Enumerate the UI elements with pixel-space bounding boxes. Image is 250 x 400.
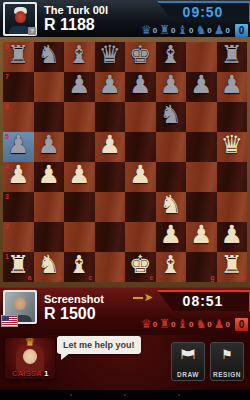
turn-indicator-arrow: ➤ <box>144 292 153 303</box>
square-e4[interactable]: ♟ <box>125 162 156 192</box>
chess-app-screen: ? The Turk 00I R 1188 09:50 ♛0♜0♝0♞0♟00 … <box>0 0 250 400</box>
square-e1[interactable]: e♚ <box>125 252 156 282</box>
square-d3[interactable] <box>95 192 126 222</box>
captured-bishop-count: 0 <box>189 26 193 35</box>
white-pawn-b4: ♟ <box>34 158 65 192</box>
opponent-avatar[interactable]: ? <box>3 2 37 36</box>
us-flag-icon <box>1 315 18 327</box>
caissa-face-shape <box>23 349 37 364</box>
score-total-box: 0 <box>235 24 248 37</box>
square-c3[interactable] <box>64 192 95 222</box>
nav-dot <box>178 394 180 396</box>
captured-bishop-icon: ♝ <box>177 23 188 37</box>
captured-queen-icon: ♛ <box>141 317 152 331</box>
square-h1[interactable]: h♜ <box>217 252 248 282</box>
square-c7[interactable]: ♟ <box>64 72 95 102</box>
white-pawn-f2: ♟ <box>156 218 187 252</box>
captured-queen-count: 0 <box>153 320 157 329</box>
black-pawn-h7: ♟ <box>217 68 248 102</box>
file-label-g: g <box>210 274 214 281</box>
opponent-name: The Turk 00I <box>44 4 108 16</box>
black-pawn-g7: ♟ <box>186 68 217 102</box>
captured-queen-count: 0 <box>153 26 157 35</box>
black-pawn-b5: ♟ <box>34 128 65 162</box>
black-bishop-c8: ♝ <box>64 38 95 72</box>
square-c6[interactable] <box>64 102 95 132</box>
square-f5[interactable] <box>156 132 187 162</box>
captured-knight-icon: ♞ <box>196 23 207 37</box>
square-a4[interactable]: 4♟ <box>3 162 34 192</box>
action-bar: ♛ CAISSA1 Let me help you! ⚑⚑ DRAW ⚑ RES… <box>0 335 250 390</box>
square-b3[interactable] <box>34 192 65 222</box>
crossed-flags-icon: ⚑⚑ <box>172 345 204 365</box>
white-rook-a1: ♜ <box>3 248 34 282</box>
square-f1[interactable]: f♝ <box>156 252 187 282</box>
caissa-speech-bubble: Let me help you! <box>57 336 141 354</box>
white-pawn-a4: ♟ <box>3 158 34 192</box>
square-g7[interactable]: ♟ <box>186 72 217 102</box>
square-d7[interactable]: ♟ <box>95 72 126 102</box>
square-d1[interactable]: d <box>95 252 126 282</box>
square-d5[interactable]: ♟ <box>95 132 126 162</box>
unknown-flag-badge: ? <box>28 27 36 35</box>
face-shape <box>15 11 26 23</box>
white-pawn-g2: ♟ <box>186 218 217 252</box>
square-g1[interactable]: g <box>186 252 217 282</box>
square-g5[interactable] <box>186 132 217 162</box>
square-b8[interactable]: ♞ <box>34 42 65 72</box>
file-label-d: d <box>119 274 123 281</box>
captured-bishop-count: 0 <box>189 320 193 329</box>
square-a1[interactable]: 1a♜ <box>3 252 34 282</box>
opponent-clock: 09:50 <box>157 1 250 22</box>
captured-knight-count: 0 <box>207 26 211 35</box>
square-h7[interactable]: ♟ <box>217 72 248 102</box>
square-a3[interactable]: 3 <box>3 192 34 222</box>
draw-button[interactable]: ⚑⚑ DRAW <box>171 342 205 381</box>
rank-label-7: 7 <box>5 73 9 80</box>
score-total-box: 0 <box>235 318 248 331</box>
player-avatar[interactable] <box>3 290 37 324</box>
square-g6[interactable] <box>186 102 217 132</box>
player-bar: Screenshot R 1500 ➤ 08:51 ♛0♜0♝0♞0♟00 <box>0 287 250 335</box>
caissa-assistant-card[interactable]: ♛ CAISSA1 <box>5 338 55 379</box>
square-a8[interactable]: 8♜ <box>3 42 34 72</box>
black-pawn-d7: ♟ <box>95 68 126 102</box>
rank-label-6: 6 <box>5 103 9 110</box>
white-pawn-d5: ♟ <box>95 128 126 162</box>
captured-pawn-count: 0 <box>226 26 230 35</box>
black-rook-h8: ♜ <box>217 38 248 72</box>
white-pawn-e4: ♟ <box>125 158 156 192</box>
captured-knight-icon: ♞ <box>196 317 207 331</box>
white-knight-b1: ♞ <box>34 248 65 282</box>
black-pawn-a5: ♟ <box>3 128 34 162</box>
square-b7[interactable] <box>34 72 65 102</box>
square-h5[interactable]: ♛ <box>217 132 248 162</box>
nav-dot <box>70 394 72 396</box>
square-g2[interactable]: ♟ <box>186 222 217 252</box>
board-frame: 8♜♞♝♛♚♝♜7♟♟♟♟♟♟6♞5♟♟♟♛4♟♟♟♟3♞2♟♟♟1a♜b♞c♝… <box>0 37 250 287</box>
square-e6[interactable] <box>125 102 156 132</box>
captured-pawn-count: 0 <box>226 320 230 329</box>
player-rating: R 1500 <box>44 305 96 323</box>
square-c4[interactable]: ♟ <box>64 162 95 192</box>
captured-bishop-icon: ♝ <box>177 317 188 331</box>
android-nav-bar[interactable] <box>0 390 250 400</box>
crown-icon: ♛ <box>5 338 55 348</box>
nav-dot <box>124 394 126 396</box>
square-d2[interactable] <box>95 222 126 252</box>
square-g4[interactable] <box>186 162 217 192</box>
white-pawn-c4: ♟ <box>64 158 95 192</box>
black-queen-d8: ♛ <box>95 38 126 72</box>
opponent-captured-tray: ♛0♜0♝0♞0♟00 <box>141 23 248 37</box>
square-b1[interactable]: b♞ <box>34 252 65 282</box>
captured-pawn-icon: ♟ <box>214 317 225 331</box>
caissa-label: CAISSA1 <box>5 369 55 378</box>
captured-knight-count: 0 <box>207 320 211 329</box>
opponent-bar: ? The Turk 00I R 1188 09:50 ♛0♜0♝0♞0♟00 <box>0 0 250 37</box>
white-rook-h1: ♜ <box>217 248 248 282</box>
square-a7[interactable]: 7 <box>3 72 34 102</box>
black-pawn-c7: ♟ <box>64 68 95 102</box>
captured-rook-count: 0 <box>171 26 175 35</box>
square-e3[interactable] <box>125 192 156 222</box>
flag-icon: ⚑ <box>211 345 243 365</box>
square-f6[interactable]: ♞ <box>156 102 187 132</box>
black-pawn-e7: ♟ <box>125 68 156 102</box>
player-name: Screenshot <box>44 293 104 305</box>
rank-label-3: 3 <box>5 193 9 200</box>
rank-label-2: 2 <box>5 223 9 230</box>
square-d4[interactable] <box>95 162 126 192</box>
white-king-e1: ♚ <box>125 248 156 282</box>
captured-rook-icon: ♜ <box>159 317 170 331</box>
player-clock: 08:51 <box>157 290 250 311</box>
white-bishop-c1: ♝ <box>64 248 95 282</box>
white-pawn-h2: ♟ <box>217 218 248 252</box>
player-captured-tray: ♛0♜0♝0♞0♟00 <box>141 317 248 331</box>
caissa-level: 1 <box>44 369 48 378</box>
white-knight-f3: ♞ <box>156 188 187 222</box>
chess-board: 8♜♞♝♛♚♝♜7♟♟♟♟♟♟6♞5♟♟♟♛4♟♟♟♟3♞2♟♟♟1a♜b♞c♝… <box>3 42 247 282</box>
white-queen-h5: ♛ <box>217 128 248 162</box>
black-knight-f6: ♞ <box>156 98 187 132</box>
square-c1[interactable]: c♝ <box>64 252 95 282</box>
black-rook-a8: ♜ <box>3 38 34 72</box>
black-pawn-f7: ♟ <box>156 68 187 102</box>
square-e7[interactable]: ♟ <box>125 72 156 102</box>
resign-button[interactable]: ⚑ RESIGN <box>210 342 244 381</box>
captured-rook-count: 0 <box>171 320 175 329</box>
white-bishop-f1: ♝ <box>156 248 187 282</box>
captured-queen-icon: ♛ <box>141 23 152 37</box>
square-b4[interactable]: ♟ <box>34 162 65 192</box>
black-king-e8: ♚ <box>125 38 156 72</box>
face-shape <box>14 297 26 310</box>
black-knight-b8: ♞ <box>34 38 65 72</box>
captured-pawn-icon: ♟ <box>214 23 225 37</box>
opponent-rating: R 1188 <box>44 16 95 34</box>
black-bishop-f8: ♝ <box>156 38 187 72</box>
captured-rook-icon: ♜ <box>159 23 170 37</box>
square-h4[interactable] <box>217 162 248 192</box>
